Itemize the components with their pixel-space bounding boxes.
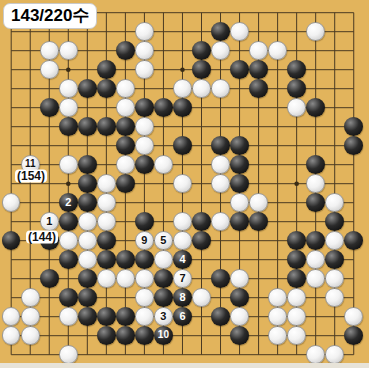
white-stone xyxy=(78,250,97,269)
white-stone xyxy=(173,174,192,193)
white-stone xyxy=(154,307,173,326)
black-stone xyxy=(59,193,78,212)
black-stone xyxy=(211,269,230,288)
black-stone xyxy=(173,250,192,269)
white-stone xyxy=(40,212,59,231)
white-stone xyxy=(287,307,306,326)
black-stone xyxy=(97,250,116,269)
black-stone xyxy=(135,326,154,345)
black-stone xyxy=(116,136,135,155)
black-stone xyxy=(97,326,116,345)
black-stone xyxy=(78,307,97,326)
black-stone xyxy=(78,174,97,193)
go-game-viewer: 1234567891011(154)(144) 143/220수 xyxy=(0,0,369,368)
white-stone xyxy=(154,250,173,269)
white-stone xyxy=(325,345,344,364)
white-stone xyxy=(230,193,249,212)
white-stone xyxy=(173,212,192,231)
black-stone xyxy=(78,269,97,288)
black-stone xyxy=(173,288,192,307)
black-stone xyxy=(192,231,211,250)
black-stone xyxy=(230,288,249,307)
white-stone xyxy=(135,117,154,136)
white-stone xyxy=(21,307,40,326)
white-stone xyxy=(59,307,78,326)
black-stone xyxy=(135,155,154,174)
white-stone xyxy=(97,193,116,212)
black-stone xyxy=(154,326,173,345)
black-stone xyxy=(230,326,249,345)
black-stone xyxy=(344,326,363,345)
white-stone xyxy=(249,41,268,60)
black-stone xyxy=(192,60,211,79)
white-stone xyxy=(287,326,306,345)
black-stone xyxy=(116,307,135,326)
black-stone xyxy=(135,212,154,231)
white-stone xyxy=(59,155,78,174)
white-stone xyxy=(287,98,306,117)
white-stone xyxy=(135,60,154,79)
black-stone xyxy=(78,79,97,98)
star-point xyxy=(294,181,299,186)
black-stone xyxy=(287,231,306,250)
white-stone xyxy=(116,79,135,98)
white-stone xyxy=(211,79,230,98)
black-stone xyxy=(173,307,192,326)
black-stone xyxy=(135,98,154,117)
black-stone xyxy=(116,41,135,60)
white-stone xyxy=(249,193,268,212)
black-stone xyxy=(192,212,211,231)
black-stone xyxy=(249,79,268,98)
white-stone xyxy=(97,269,116,288)
white-stone xyxy=(306,250,325,269)
black-stone xyxy=(249,60,268,79)
black-stone xyxy=(344,117,363,136)
white-stone xyxy=(192,288,211,307)
white-stone xyxy=(59,231,78,250)
black-stone xyxy=(59,212,78,231)
white-stone xyxy=(230,269,249,288)
white-stone xyxy=(306,269,325,288)
white-stone xyxy=(211,41,230,60)
white-stone xyxy=(97,212,116,231)
black-stone xyxy=(97,307,116,326)
go-board[interactable]: 1234567891011(154)(144) xyxy=(0,0,369,368)
white-stone xyxy=(135,231,154,250)
white-stone xyxy=(21,288,40,307)
board-bottom-edge xyxy=(0,363,369,368)
white-stone xyxy=(173,231,192,250)
black-stone xyxy=(40,269,59,288)
black-stone xyxy=(97,117,116,136)
white-stone xyxy=(21,326,40,345)
star-point xyxy=(180,67,185,72)
white-stone xyxy=(325,269,344,288)
white-stone xyxy=(135,41,154,60)
white-stone xyxy=(211,174,230,193)
white-stone xyxy=(173,269,192,288)
white-stone xyxy=(116,155,135,174)
white-stone xyxy=(135,136,154,155)
white-stone xyxy=(268,307,287,326)
black-stone xyxy=(249,212,268,231)
black-stone xyxy=(173,136,192,155)
white-stone xyxy=(59,79,78,98)
black-stone xyxy=(78,117,97,136)
white-stone xyxy=(230,307,249,326)
black-stone xyxy=(154,98,173,117)
white-stone xyxy=(211,155,230,174)
black-stone xyxy=(287,79,306,98)
black-stone xyxy=(59,117,78,136)
white-stone xyxy=(287,288,306,307)
white-stone xyxy=(59,345,78,364)
black-stone xyxy=(306,193,325,212)
black-stone xyxy=(97,79,116,98)
white-stone xyxy=(59,41,78,60)
black-stone xyxy=(230,212,249,231)
black-stone xyxy=(78,155,97,174)
black-stone xyxy=(287,250,306,269)
black-stone xyxy=(230,136,249,155)
black-stone xyxy=(40,98,59,117)
black-stone xyxy=(97,60,116,79)
white-stone xyxy=(325,288,344,307)
black-stone xyxy=(325,250,344,269)
white-stone xyxy=(135,307,154,326)
black-stone xyxy=(116,250,135,269)
black-stone xyxy=(211,307,230,326)
white-stone xyxy=(325,231,344,250)
black-stone xyxy=(116,174,135,193)
white-stone xyxy=(116,98,135,117)
white-stone xyxy=(78,212,97,231)
black-stone xyxy=(325,212,344,231)
black-stone xyxy=(97,231,116,250)
white-stone xyxy=(268,288,287,307)
white-stone xyxy=(325,193,344,212)
white-stone xyxy=(154,155,173,174)
black-stone xyxy=(287,60,306,79)
white-stone xyxy=(268,326,287,345)
white-stone xyxy=(211,212,230,231)
white-stone xyxy=(78,231,97,250)
white-stone xyxy=(173,79,192,98)
black-stone xyxy=(306,155,325,174)
white-stone xyxy=(268,41,287,60)
white-stone xyxy=(306,345,325,364)
black-stone xyxy=(154,288,173,307)
white-stone xyxy=(135,22,154,41)
black-stone xyxy=(78,193,97,212)
black-stone xyxy=(211,136,230,155)
black-stone xyxy=(211,22,230,41)
white-stone xyxy=(40,41,59,60)
move-counter-badge: 143/220수 xyxy=(3,3,97,29)
black-stone xyxy=(306,98,325,117)
white-stone xyxy=(116,269,135,288)
black-stone xyxy=(287,269,306,288)
black-stone xyxy=(116,326,135,345)
black-stone xyxy=(230,155,249,174)
black-stone xyxy=(306,231,325,250)
black-stone xyxy=(230,60,249,79)
move-number-annotation: (154) xyxy=(15,170,47,183)
black-stone xyxy=(154,269,173,288)
black-stone xyxy=(344,136,363,155)
move-number-annotation: (144) xyxy=(26,231,58,244)
white-stone xyxy=(306,22,325,41)
black-stone xyxy=(59,250,78,269)
white-stone xyxy=(40,60,59,79)
black-stone xyxy=(344,231,363,250)
black-stone xyxy=(230,174,249,193)
star-point xyxy=(66,181,71,186)
white-stone xyxy=(154,231,173,250)
white-stone xyxy=(306,174,325,193)
white-stone xyxy=(344,307,363,326)
white-stone xyxy=(230,22,249,41)
white-stone xyxy=(59,98,78,117)
white-stone xyxy=(97,174,116,193)
black-stone xyxy=(116,117,135,136)
white-stone xyxy=(135,269,154,288)
black-stone xyxy=(173,98,192,117)
star-point xyxy=(66,67,71,72)
black-stone xyxy=(78,288,97,307)
black-stone xyxy=(59,288,78,307)
white-stone xyxy=(135,288,154,307)
white-stone xyxy=(192,79,211,98)
black-stone xyxy=(135,250,154,269)
black-stone xyxy=(192,41,211,60)
